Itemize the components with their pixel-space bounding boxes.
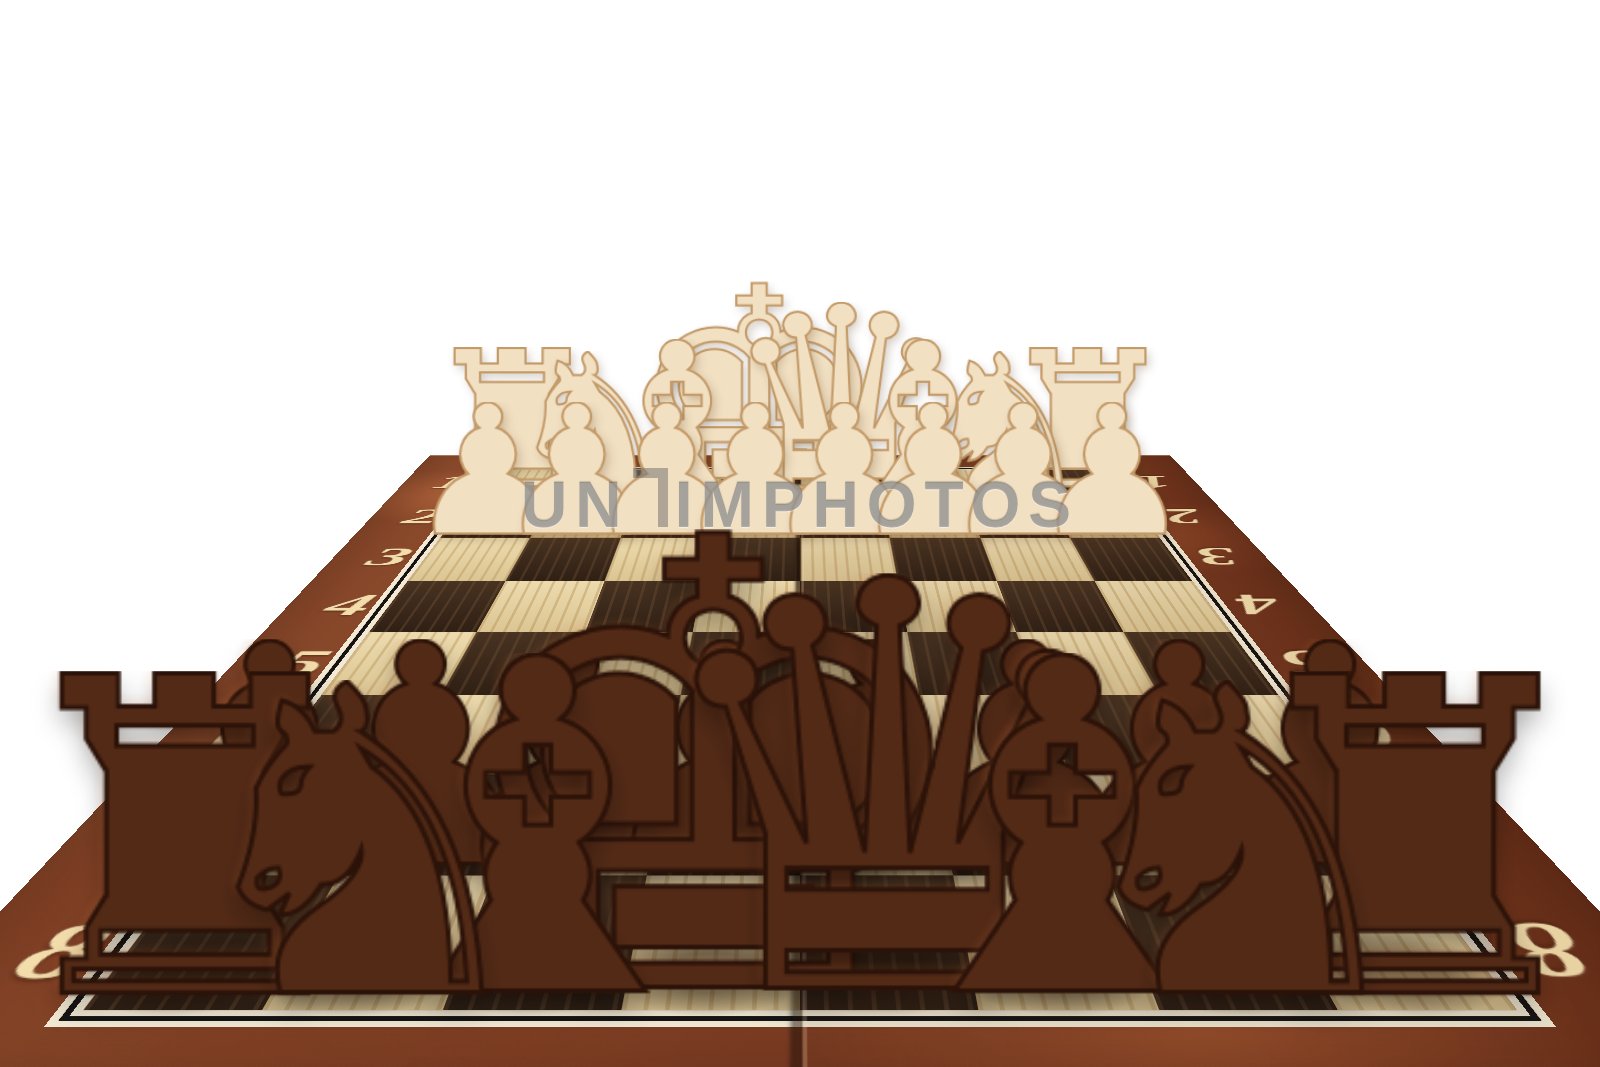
pinstripe-inner-line: ♜♞♝♚♛♝♞♜♟♟♟♟♟♟♟♟♟♟♟♟♟♟♟♟♜♞♝♚♛♝♞♜	[69, 469, 1530, 1016]
board-grid: ♜♞♝♚♛♝♞♜♟♟♟♟♟♟♟♟♟♟♟♟♟♟♟♟♜♞♝♚♛♝♞♜	[84, 470, 1517, 1010]
pinstripe-frame: ♜♞♝♚♛♝♞♜♟♟♟♟♟♟♟♟♟♟♟♟♟♟♟♟♜♞♝♚♛♝♞♜	[44, 467, 1556, 1027]
watermark-stylized-l-glyph	[633, 468, 669, 527]
square-b8[interactable]: ♞	[1107, 875, 1337, 1010]
square-g8[interactable]: ♞	[263, 875, 493, 1010]
watermark-suffix: IMPHOTOS	[675, 469, 1079, 541]
piece-black-knight-b8[interactable]: ♞	[1048, 679, 1430, 1011]
photo-scene: 12345678 12345678 hgfedcba ♜♞♝♚♛♝♞♜♟♟♟♟♟…	[0, 0, 1600, 1067]
piece-black-knight-g8[interactable]: ♞	[170, 679, 552, 1011]
board-border-wood: 12345678 12345678 hgfedcba ♜♞♝♚♛♝♞♜♟♟♟♟♟…	[0, 455, 1600, 1067]
watermark: UNIMPHOTOS	[521, 468, 1079, 542]
chess-board: 12345678 12345678 hgfedcba ♜♞♝♚♛♝♞♜♟♟♟♟♟…	[0, 455, 1600, 1067]
pinstripe-black-line: ♜♞♝♚♛♝♞♜♟♟♟♟♟♟♟♟♟♟♟♟♟♟♟♟♜♞♝♚♛♝♞♜	[59, 468, 1542, 1021]
watermark-prefix: UN	[521, 469, 629, 541]
